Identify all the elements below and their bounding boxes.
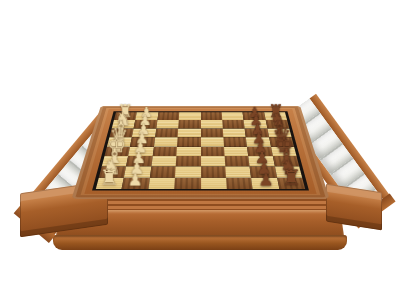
square-g6 — [225, 167, 251, 178]
square-d7: ♟ — [246, 137, 271, 146]
square-g1: ♞ — [99, 167, 127, 178]
square-e8: ♚ — [271, 147, 297, 157]
square-f4 — [176, 156, 201, 166]
square-d1: ♛ — [107, 137, 132, 146]
square-h5 — [201, 178, 227, 190]
square-b7: ♟ — [244, 120, 267, 128]
square-f7: ♟ — [249, 156, 275, 166]
square-f6 — [225, 156, 250, 166]
square-a3 — [157, 112, 179, 120]
square-b3 — [156, 120, 179, 128]
square-a7: ♟ — [243, 112, 266, 120]
square-d5 — [201, 137, 224, 146]
chess-board: ♜♟♟♜♞♟♟♞♝♟♟♝♛♟♟♛♚♟♟♚♝♟♟♝♞♟♟♞♜♟♟♜ — [71, 106, 329, 199]
square-c1: ♝ — [109, 128, 133, 137]
chess-set-photo: ♜♟♟♜♞♟♟♞♝♟♟♝♛♟♟♛♚♟♟♚♝♟♟♝♞♟♟♞♜♟♟♜ — [0, 0, 400, 300]
square-b4 — [178, 120, 200, 128]
piece-brown-rook: ♜ — [268, 102, 284, 120]
piece-brown-pawn: ♟ — [252, 131, 265, 146]
square-h3 — [148, 178, 175, 190]
square-h6 — [226, 178, 253, 190]
square-g2: ♟ — [124, 167, 151, 178]
square-f3 — [151, 156, 176, 166]
square-e7: ♟ — [247, 147, 272, 157]
square-h2: ♟ — [122, 178, 150, 190]
case-foot — [53, 235, 347, 250]
square-h7: ♟ — [251, 178, 279, 190]
square-c7: ♟ — [245, 128, 269, 137]
square-g7: ♟ — [250, 167, 277, 178]
board-squares: ♜♟♟♜♞♟♟♞♝♟♟♝♛♟♟♛♚♟♟♚♝♟♟♝♞♟♟♞♜♟♟♜ — [96, 112, 305, 189]
square-b8: ♞ — [265, 120, 289, 128]
square-e6 — [224, 147, 249, 157]
square-e5 — [201, 147, 225, 157]
square-f1: ♝ — [102, 156, 129, 166]
square-e3 — [152, 147, 177, 157]
square-c8: ♝ — [267, 128, 291, 137]
board-inlay-border: ♜♟♟♜♞♟♟♞♝♟♟♝♛♟♟♛♚♟♟♚♝♟♟♝♞♟♟♞♜♟♟♜ — [92, 111, 309, 190]
square-c6 — [223, 128, 246, 137]
square-b2: ♟ — [134, 120, 157, 128]
square-d2: ♟ — [130, 137, 155, 146]
square-a8: ♜ — [264, 112, 287, 120]
square-g8: ♞ — [275, 167, 303, 178]
square-d4 — [177, 137, 200, 146]
square-c5 — [201, 128, 224, 137]
square-g3 — [150, 167, 176, 178]
square-d8: ♛ — [269, 137, 294, 146]
square-d3 — [154, 137, 178, 146]
square-a4 — [179, 112, 201, 120]
piece-white-rook: ♜ — [117, 102, 133, 120]
square-g5 — [201, 167, 226, 178]
square-b1: ♞ — [112, 120, 136, 128]
square-e4 — [176, 147, 200, 157]
piece-white-pawn: ♟ — [135, 131, 148, 146]
piece-brown-pawn: ♟ — [248, 106, 260, 120]
square-h1: ♜ — [96, 178, 124, 190]
square-a2: ♟ — [136, 112, 159, 120]
square-f2: ♟ — [126, 156, 152, 166]
square-g4 — [175, 167, 200, 178]
square-h4 — [174, 178, 200, 190]
square-a5 — [201, 112, 223, 120]
piece-white-bishop: ♝ — [105, 146, 123, 166]
square-a6 — [222, 112, 244, 120]
square-c2: ♟ — [132, 128, 156, 137]
square-c4 — [178, 128, 201, 137]
square-e2: ♟ — [128, 147, 153, 157]
piece-brown-bishop: ♝ — [278, 146, 296, 166]
square-e1: ♚ — [104, 147, 130, 157]
square-d6 — [223, 137, 247, 146]
square-f8: ♝ — [273, 156, 300, 166]
square-b5 — [201, 120, 223, 128]
square-h8: ♜ — [277, 178, 305, 190]
square-a1: ♜ — [114, 112, 137, 120]
square-b6 — [222, 120, 245, 128]
square-c3 — [155, 128, 178, 137]
piece-white-pawn: ♟ — [140, 106, 152, 120]
square-f5 — [201, 156, 226, 166]
